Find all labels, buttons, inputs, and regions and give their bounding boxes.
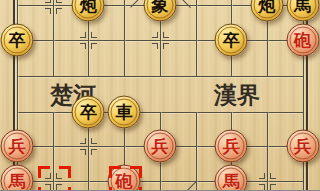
piece-glyph: 卒 <box>80 104 97 121</box>
piece-glyph: 車 <box>116 104 133 121</box>
river-char: 漢界 <box>214 83 260 106</box>
grid-line <box>124 0 125 76</box>
palace-diagonal <box>178 0 191 8</box>
point-marker <box>80 32 86 38</box>
piece-red-soldier[interactable]: 兵 <box>1 130 34 163</box>
piece-black-cannon[interactable]: 炮 <box>72 0 105 22</box>
point-marker <box>259 184 265 190</box>
grid-line <box>196 0 197 76</box>
point-marker <box>45 0 51 3</box>
point-marker <box>163 32 169 38</box>
last-move-from-marker <box>59 187 71 190</box>
piece-black-elephant[interactable]: 象 <box>143 0 176 22</box>
piece-glyph: 馬 <box>9 173 26 190</box>
xiangqi-board: 楚河 漢界 炮象炮馬卒卒砲卒車兵兵兵兵馬砲馬 <box>0 0 320 190</box>
piece-black-soldier[interactable]: 卒 <box>1 24 34 57</box>
point-marker <box>270 184 276 190</box>
point-marker <box>152 43 158 49</box>
point-marker <box>259 173 265 179</box>
piece-red-horse[interactable]: 馬 <box>1 165 34 191</box>
piece-glyph: 砲 <box>294 32 311 49</box>
last-move-to-marker <box>109 187 121 190</box>
point-marker <box>80 43 86 49</box>
point-marker <box>91 149 97 155</box>
point-marker <box>80 138 86 144</box>
piece-red-soldier[interactable]: 兵 <box>143 130 176 163</box>
grid-line <box>196 112 197 190</box>
point-marker <box>91 138 97 144</box>
last-move-to-marker <box>130 166 142 178</box>
point-marker <box>91 43 97 49</box>
piece-glyph: 兵 <box>9 138 26 155</box>
point-marker <box>45 8 51 14</box>
piece-red-soldier[interactable]: 兵 <box>286 130 319 163</box>
piece-glyph: 兵 <box>151 138 168 155</box>
piece-black-soldier[interactable]: 卒 <box>215 24 248 57</box>
piece-glyph: 象 <box>151 0 168 14</box>
point-marker <box>91 32 97 38</box>
piece-glyph: 卒 <box>223 32 240 49</box>
point-marker <box>56 8 62 14</box>
palace-diagonal <box>130 0 143 8</box>
grid-line <box>17 76 303 77</box>
last-move-from-marker <box>38 166 50 178</box>
piece-glyph: 炮 <box>80 0 97 14</box>
piece-glyph: 炮 <box>258 0 275 14</box>
grid-line <box>267 112 268 190</box>
last-move-to-marker <box>130 187 142 190</box>
piece-glyph: 卒 <box>9 32 26 49</box>
piece-red-soldier[interactable]: 兵 <box>215 130 248 163</box>
piece-glyph: 馬 <box>294 0 311 14</box>
piece-black-cannon[interactable]: 炮 <box>250 0 283 22</box>
point-marker <box>152 32 158 38</box>
piece-black-soldier[interactable]: 卒 <box>72 96 105 129</box>
point-marker <box>80 149 86 155</box>
river-label-han-jie: 漢界 <box>214 80 265 108</box>
grid-line <box>53 112 54 190</box>
piece-black-chariot[interactable]: 車 <box>108 96 141 129</box>
point-marker <box>270 173 276 179</box>
point-marker <box>56 0 62 3</box>
piece-glyph: 兵 <box>294 138 311 155</box>
piece-red-cannon[interactable]: 砲 <box>286 24 319 57</box>
last-move-from-marker <box>59 166 71 178</box>
last-move-from-marker <box>38 187 50 190</box>
piece-black-horse[interactable]: 馬 <box>286 0 319 22</box>
piece-glyph: 兵 <box>223 138 240 155</box>
piece-red-horse[interactable]: 馬 <box>215 165 248 191</box>
last-move-to-marker <box>109 166 121 178</box>
piece-glyph: 馬 <box>223 173 240 190</box>
grid-line <box>53 0 54 76</box>
point-marker <box>163 43 169 49</box>
